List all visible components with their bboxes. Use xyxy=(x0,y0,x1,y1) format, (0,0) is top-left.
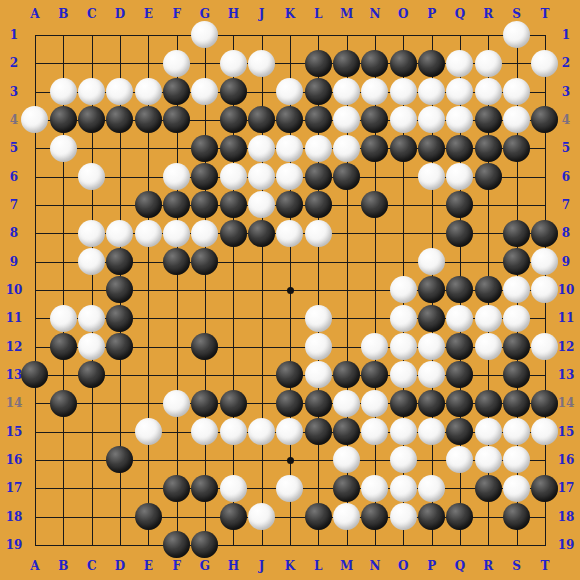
cell-T5[interactable] xyxy=(531,134,559,162)
cell-F6[interactable] xyxy=(162,162,190,190)
cell-A5[interactable] xyxy=(21,134,49,162)
cell-J14[interactable] xyxy=(247,389,275,417)
cell-H14[interactable] xyxy=(219,389,247,417)
cell-L10[interactable] xyxy=(304,276,332,304)
cell-F10[interactable] xyxy=(162,276,190,304)
cell-E3[interactable] xyxy=(134,77,162,105)
cell-G2[interactable] xyxy=(191,49,219,77)
cell-P13[interactable] xyxy=(417,361,445,389)
cell-G15[interactable] xyxy=(191,417,219,445)
cell-O1[interactable] xyxy=(389,21,417,49)
cell-O9[interactable] xyxy=(389,247,417,275)
cell-E4[interactable] xyxy=(134,106,162,134)
cell-H13[interactable] xyxy=(219,361,247,389)
cell-Q17[interactable] xyxy=(446,474,474,502)
cell-L7[interactable] xyxy=(304,191,332,219)
cell-M19[interactable] xyxy=(332,531,360,559)
cell-R10[interactable] xyxy=(474,276,502,304)
cell-H5[interactable] xyxy=(219,134,247,162)
cell-L4[interactable] xyxy=(304,106,332,134)
cell-N5[interactable] xyxy=(361,134,389,162)
cell-J17[interactable] xyxy=(247,474,275,502)
cell-L19[interactable] xyxy=(304,531,332,559)
cell-S3[interactable] xyxy=(502,77,530,105)
cell-J10[interactable] xyxy=(247,276,275,304)
cell-C17[interactable] xyxy=(77,474,105,502)
cell-D13[interactable] xyxy=(106,361,134,389)
cell-F11[interactable] xyxy=(162,304,190,332)
cell-D10[interactable] xyxy=(106,276,134,304)
cell-R19[interactable] xyxy=(474,531,502,559)
cell-B1[interactable] xyxy=(49,21,77,49)
cell-R13[interactable] xyxy=(474,361,502,389)
cell-M2[interactable] xyxy=(332,49,360,77)
cell-F1[interactable] xyxy=(162,21,190,49)
cell-N3[interactable] xyxy=(361,77,389,105)
cell-S18[interactable] xyxy=(502,502,530,530)
cell-C9[interactable] xyxy=(77,247,105,275)
cell-O6[interactable] xyxy=(389,162,417,190)
cell-N11[interactable] xyxy=(361,304,389,332)
cell-D12[interactable] xyxy=(106,332,134,360)
cell-J3[interactable] xyxy=(247,77,275,105)
cell-H7[interactable] xyxy=(219,191,247,219)
cell-K4[interactable] xyxy=(276,106,304,134)
cell-S19[interactable] xyxy=(502,531,530,559)
cell-K1[interactable] xyxy=(276,21,304,49)
cell-B10[interactable] xyxy=(49,276,77,304)
cell-E1[interactable] xyxy=(134,21,162,49)
cell-B8[interactable] xyxy=(49,219,77,247)
cell-S5[interactable] xyxy=(502,134,530,162)
cell-D17[interactable] xyxy=(106,474,134,502)
cell-L13[interactable] xyxy=(304,361,332,389)
cell-J7[interactable] xyxy=(247,191,275,219)
cell-K16[interactable] xyxy=(276,446,304,474)
cell-Q1[interactable] xyxy=(446,21,474,49)
cell-H19[interactable] xyxy=(219,531,247,559)
cell-E13[interactable] xyxy=(134,361,162,389)
cell-N4[interactable] xyxy=(361,106,389,134)
cell-A18[interactable] xyxy=(21,502,49,530)
cell-B6[interactable] xyxy=(49,162,77,190)
cell-H1[interactable] xyxy=(219,21,247,49)
cell-B19[interactable] xyxy=(49,531,77,559)
cell-F2[interactable] xyxy=(162,49,190,77)
cell-D3[interactable] xyxy=(106,77,134,105)
cell-J2[interactable] xyxy=(247,49,275,77)
cell-T10[interactable] xyxy=(531,276,559,304)
cell-G10[interactable] xyxy=(191,276,219,304)
cell-P2[interactable] xyxy=(417,49,445,77)
cell-O14[interactable] xyxy=(389,389,417,417)
cell-P9[interactable] xyxy=(417,247,445,275)
cell-M8[interactable] xyxy=(332,219,360,247)
cell-K5[interactable] xyxy=(276,134,304,162)
cell-M5[interactable] xyxy=(332,134,360,162)
cell-B2[interactable] xyxy=(49,49,77,77)
cell-M4[interactable] xyxy=(332,106,360,134)
cell-Q2[interactable] xyxy=(446,49,474,77)
cell-Q13[interactable] xyxy=(446,361,474,389)
cell-J6[interactable] xyxy=(247,162,275,190)
cell-J5[interactable] xyxy=(247,134,275,162)
cell-G13[interactable] xyxy=(191,361,219,389)
cell-S4[interactable] xyxy=(502,106,530,134)
cell-S6[interactable] xyxy=(502,162,530,190)
cell-E14[interactable] xyxy=(134,389,162,417)
cell-E16[interactable] xyxy=(134,446,162,474)
cell-T15[interactable] xyxy=(531,417,559,445)
cell-C8[interactable] xyxy=(77,219,105,247)
cell-B13[interactable] xyxy=(49,361,77,389)
cell-G8[interactable] xyxy=(191,219,219,247)
cell-P15[interactable] xyxy=(417,417,445,445)
cell-H10[interactable] xyxy=(219,276,247,304)
cell-T18[interactable] xyxy=(531,502,559,530)
cell-F17[interactable] xyxy=(162,474,190,502)
cell-Q10[interactable] xyxy=(446,276,474,304)
cell-D16[interactable] xyxy=(106,446,134,474)
cell-E19[interactable] xyxy=(134,531,162,559)
cell-R11[interactable] xyxy=(474,304,502,332)
cell-H15[interactable] xyxy=(219,417,247,445)
cell-S13[interactable] xyxy=(502,361,530,389)
cell-J8[interactable] xyxy=(247,219,275,247)
cell-R1[interactable] xyxy=(474,21,502,49)
cell-P14[interactable] xyxy=(417,389,445,417)
cell-E2[interactable] xyxy=(134,49,162,77)
cell-M16[interactable] xyxy=(332,446,360,474)
cell-T7[interactable] xyxy=(531,191,559,219)
cell-D18[interactable] xyxy=(106,502,134,530)
cell-F19[interactable] xyxy=(162,531,190,559)
cell-G12[interactable] xyxy=(191,332,219,360)
cell-O15[interactable] xyxy=(389,417,417,445)
cell-D4[interactable] xyxy=(106,106,134,134)
cell-R12[interactable] xyxy=(474,332,502,360)
cell-N9[interactable] xyxy=(361,247,389,275)
cell-L12[interactable] xyxy=(304,332,332,360)
cell-T17[interactable] xyxy=(531,474,559,502)
cell-A12[interactable] xyxy=(21,332,49,360)
cell-J13[interactable] xyxy=(247,361,275,389)
cell-S1[interactable] xyxy=(502,21,530,49)
cell-A11[interactable] xyxy=(21,304,49,332)
cell-A1[interactable] xyxy=(21,21,49,49)
cell-E7[interactable] xyxy=(134,191,162,219)
cell-H18[interactable] xyxy=(219,502,247,530)
cell-N7[interactable] xyxy=(361,191,389,219)
cell-O11[interactable] xyxy=(389,304,417,332)
cell-K11[interactable] xyxy=(276,304,304,332)
cell-M15[interactable] xyxy=(332,417,360,445)
cell-P7[interactable] xyxy=(417,191,445,219)
cell-H3[interactable] xyxy=(219,77,247,105)
cell-C1[interactable] xyxy=(77,21,105,49)
cell-S12[interactable] xyxy=(502,332,530,360)
cell-M13[interactable] xyxy=(332,361,360,389)
cell-K13[interactable] xyxy=(276,361,304,389)
cell-C13[interactable] xyxy=(77,361,105,389)
cell-K3[interactable] xyxy=(276,77,304,105)
cell-A16[interactable] xyxy=(21,446,49,474)
cell-A7[interactable] xyxy=(21,191,49,219)
cell-N18[interactable] xyxy=(361,502,389,530)
cell-K2[interactable] xyxy=(276,49,304,77)
cell-D9[interactable] xyxy=(106,247,134,275)
cell-C3[interactable] xyxy=(77,77,105,105)
cell-S14[interactable] xyxy=(502,389,530,417)
cell-R14[interactable] xyxy=(474,389,502,417)
cell-N14[interactable] xyxy=(361,389,389,417)
cell-O12[interactable] xyxy=(389,332,417,360)
cell-R15[interactable] xyxy=(474,417,502,445)
cell-G1[interactable] xyxy=(191,21,219,49)
cell-B5[interactable] xyxy=(49,134,77,162)
cell-P5[interactable] xyxy=(417,134,445,162)
cell-P19[interactable] xyxy=(417,531,445,559)
cell-C4[interactable] xyxy=(77,106,105,134)
cell-T14[interactable] xyxy=(531,389,559,417)
cell-B12[interactable] xyxy=(49,332,77,360)
cell-G18[interactable] xyxy=(191,502,219,530)
cell-B17[interactable] xyxy=(49,474,77,502)
cell-R2[interactable] xyxy=(474,49,502,77)
cell-O17[interactable] xyxy=(389,474,417,502)
cell-M10[interactable] xyxy=(332,276,360,304)
cell-E18[interactable] xyxy=(134,502,162,530)
cell-L3[interactable] xyxy=(304,77,332,105)
cell-N16[interactable] xyxy=(361,446,389,474)
cell-D8[interactable] xyxy=(106,219,134,247)
cell-L11[interactable] xyxy=(304,304,332,332)
cell-E12[interactable] xyxy=(134,332,162,360)
cell-D5[interactable] xyxy=(106,134,134,162)
cell-F14[interactable] xyxy=(162,389,190,417)
cell-A14[interactable] xyxy=(21,389,49,417)
cell-O2[interactable] xyxy=(389,49,417,77)
cell-N19[interactable] xyxy=(361,531,389,559)
cell-B18[interactable] xyxy=(49,502,77,530)
cell-J16[interactable] xyxy=(247,446,275,474)
cell-M3[interactable] xyxy=(332,77,360,105)
cell-P8[interactable] xyxy=(417,219,445,247)
cell-K8[interactable] xyxy=(276,219,304,247)
cell-P17[interactable] xyxy=(417,474,445,502)
cell-T1[interactable] xyxy=(531,21,559,49)
cell-H12[interactable] xyxy=(219,332,247,360)
cell-L8[interactable] xyxy=(304,219,332,247)
cell-A17[interactable] xyxy=(21,474,49,502)
cell-C15[interactable] xyxy=(77,417,105,445)
cell-J11[interactable] xyxy=(247,304,275,332)
cell-M17[interactable] xyxy=(332,474,360,502)
cell-K12[interactable] xyxy=(276,332,304,360)
cell-N1[interactable] xyxy=(361,21,389,49)
cell-J19[interactable] xyxy=(247,531,275,559)
cell-Q4[interactable] xyxy=(446,106,474,134)
cell-L6[interactable] xyxy=(304,162,332,190)
cell-A9[interactable] xyxy=(21,247,49,275)
cell-L16[interactable] xyxy=(304,446,332,474)
cell-S11[interactable] xyxy=(502,304,530,332)
cell-R8[interactable] xyxy=(474,219,502,247)
cell-P4[interactable] xyxy=(417,106,445,134)
cell-M1[interactable] xyxy=(332,21,360,49)
cell-C7[interactable] xyxy=(77,191,105,219)
cell-D11[interactable] xyxy=(106,304,134,332)
cell-Q19[interactable] xyxy=(446,531,474,559)
cell-L15[interactable] xyxy=(304,417,332,445)
cell-L9[interactable] xyxy=(304,247,332,275)
cell-E11[interactable] xyxy=(134,304,162,332)
cell-S10[interactable] xyxy=(502,276,530,304)
cell-F13[interactable] xyxy=(162,361,190,389)
cell-P11[interactable] xyxy=(417,304,445,332)
cell-O19[interactable] xyxy=(389,531,417,559)
cell-D14[interactable] xyxy=(106,389,134,417)
cell-S15[interactable] xyxy=(502,417,530,445)
cell-G16[interactable] xyxy=(191,446,219,474)
cell-J15[interactable] xyxy=(247,417,275,445)
cell-K19[interactable] xyxy=(276,531,304,559)
cell-H2[interactable] xyxy=(219,49,247,77)
cell-S7[interactable] xyxy=(502,191,530,219)
cell-A10[interactable] xyxy=(21,276,49,304)
cell-P10[interactable] xyxy=(417,276,445,304)
cell-B4[interactable] xyxy=(49,106,77,134)
cell-L18[interactable] xyxy=(304,502,332,530)
cell-K10[interactable] xyxy=(276,276,304,304)
cell-M6[interactable] xyxy=(332,162,360,190)
cell-K14[interactable] xyxy=(276,389,304,417)
cell-T2[interactable] xyxy=(531,49,559,77)
cell-N6[interactable] xyxy=(361,162,389,190)
cell-T8[interactable] xyxy=(531,219,559,247)
cell-F7[interactable] xyxy=(162,191,190,219)
cell-E9[interactable] xyxy=(134,247,162,275)
cell-B16[interactable] xyxy=(49,446,77,474)
cell-G11[interactable] xyxy=(191,304,219,332)
cell-G7[interactable] xyxy=(191,191,219,219)
cell-S2[interactable] xyxy=(502,49,530,77)
cell-K9[interactable] xyxy=(276,247,304,275)
cell-O16[interactable] xyxy=(389,446,417,474)
cell-Q7[interactable] xyxy=(446,191,474,219)
cell-A19[interactable] xyxy=(21,531,49,559)
cell-T9[interactable] xyxy=(531,247,559,275)
cell-P12[interactable] xyxy=(417,332,445,360)
cell-B14[interactable] xyxy=(49,389,77,417)
cell-T3[interactable] xyxy=(531,77,559,105)
cell-F8[interactable] xyxy=(162,219,190,247)
cell-P6[interactable] xyxy=(417,162,445,190)
cell-S17[interactable] xyxy=(502,474,530,502)
cell-C2[interactable] xyxy=(77,49,105,77)
cell-F9[interactable] xyxy=(162,247,190,275)
cell-T4[interactable] xyxy=(531,106,559,134)
cell-A8[interactable] xyxy=(21,219,49,247)
cell-Q5[interactable] xyxy=(446,134,474,162)
cell-L2[interactable] xyxy=(304,49,332,77)
cell-G3[interactable] xyxy=(191,77,219,105)
cell-E17[interactable] xyxy=(134,474,162,502)
cell-Q18[interactable] xyxy=(446,502,474,530)
cell-B3[interactable] xyxy=(49,77,77,105)
cell-J9[interactable] xyxy=(247,247,275,275)
cell-J4[interactable] xyxy=(247,106,275,134)
cell-T16[interactable] xyxy=(531,446,559,474)
cell-F18[interactable] xyxy=(162,502,190,530)
cell-B15[interactable] xyxy=(49,417,77,445)
cell-A13[interactable] xyxy=(21,361,49,389)
cell-H4[interactable] xyxy=(219,106,247,134)
cell-G9[interactable] xyxy=(191,247,219,275)
cell-L5[interactable] xyxy=(304,134,332,162)
cell-L1[interactable] xyxy=(304,21,332,49)
cell-K7[interactable] xyxy=(276,191,304,219)
cell-H9[interactable] xyxy=(219,247,247,275)
cell-J12[interactable] xyxy=(247,332,275,360)
cell-S9[interactable] xyxy=(502,247,530,275)
cell-Q9[interactable] xyxy=(446,247,474,275)
cell-F3[interactable] xyxy=(162,77,190,105)
cell-F5[interactable] xyxy=(162,134,190,162)
cell-B11[interactable] xyxy=(49,304,77,332)
cell-M11[interactable] xyxy=(332,304,360,332)
cell-C10[interactable] xyxy=(77,276,105,304)
cell-E6[interactable] xyxy=(134,162,162,190)
cell-C14[interactable] xyxy=(77,389,105,417)
cell-O5[interactable] xyxy=(389,134,417,162)
cell-L17[interactable] xyxy=(304,474,332,502)
cell-F15[interactable] xyxy=(162,417,190,445)
cell-R16[interactable] xyxy=(474,446,502,474)
cell-Q11[interactable] xyxy=(446,304,474,332)
cell-O13[interactable] xyxy=(389,361,417,389)
cell-R17[interactable] xyxy=(474,474,502,502)
cell-B7[interactable] xyxy=(49,191,77,219)
cell-D1[interactable] xyxy=(106,21,134,49)
cell-R7[interactable] xyxy=(474,191,502,219)
cell-L14[interactable] xyxy=(304,389,332,417)
cell-N13[interactable] xyxy=(361,361,389,389)
cell-A6[interactable] xyxy=(21,162,49,190)
cell-R4[interactable] xyxy=(474,106,502,134)
cell-A3[interactable] xyxy=(21,77,49,105)
cell-T19[interactable] xyxy=(531,531,559,559)
cell-H17[interactable] xyxy=(219,474,247,502)
cell-T6[interactable] xyxy=(531,162,559,190)
cell-H11[interactable] xyxy=(219,304,247,332)
cell-N10[interactable] xyxy=(361,276,389,304)
cell-G5[interactable] xyxy=(191,134,219,162)
cell-M12[interactable] xyxy=(332,332,360,360)
cell-C16[interactable] xyxy=(77,446,105,474)
cell-M14[interactable] xyxy=(332,389,360,417)
cell-M18[interactable] xyxy=(332,502,360,530)
cell-G17[interactable] xyxy=(191,474,219,502)
cell-E8[interactable] xyxy=(134,219,162,247)
cell-A15[interactable] xyxy=(21,417,49,445)
cell-K17[interactable] xyxy=(276,474,304,502)
cell-O7[interactable] xyxy=(389,191,417,219)
cell-O3[interactable] xyxy=(389,77,417,105)
cell-D7[interactable] xyxy=(106,191,134,219)
cell-C19[interactable] xyxy=(77,531,105,559)
cell-R9[interactable] xyxy=(474,247,502,275)
